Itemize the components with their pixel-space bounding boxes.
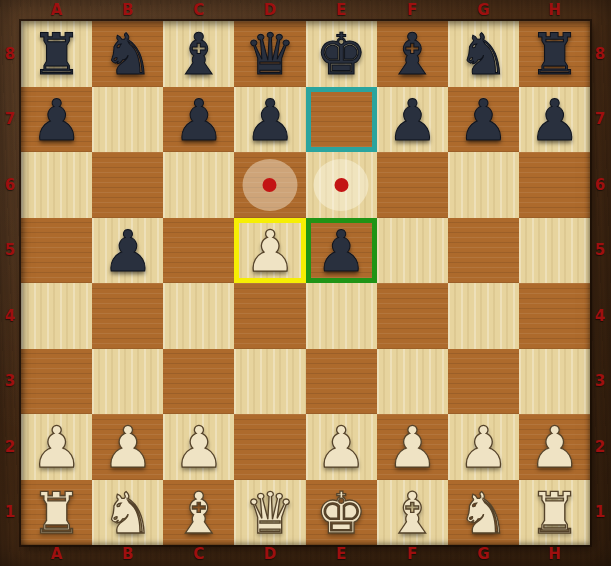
- square-g7[interactable]: ♟: [448, 87, 519, 153]
- black-pawn-d7[interactable]: ♟: [244, 92, 295, 149]
- file-label-bottom-e: E: [336, 545, 346, 563]
- file-label-bottom-b: B: [122, 545, 133, 563]
- square-c2[interactable]: ♟: [163, 414, 234, 480]
- white-queen-d1[interactable]: ♛: [244, 485, 295, 542]
- square-g1[interactable]: ♞: [448, 480, 519, 546]
- square-b6[interactable]: [92, 152, 163, 218]
- square-f5[interactable]: [377, 218, 448, 284]
- square-f3[interactable]: [377, 349, 448, 415]
- square-g8[interactable]: ♞: [448, 21, 519, 87]
- file-label-top-e: E: [336, 1, 346, 19]
- square-d2[interactable]: [234, 414, 305, 480]
- file-label-top-a: A: [51, 1, 63, 19]
- square-a8[interactable]: ♜: [21, 21, 92, 87]
- white-knight-b1[interactable]: ♞: [102, 485, 153, 542]
- hint-dot-icon: [334, 178, 348, 192]
- square-d8[interactable]: ♛: [234, 21, 305, 87]
- white-pawn-g2[interactable]: ♟: [458, 419, 509, 476]
- black-pawn-e5[interactable]: ♟: [316, 223, 367, 280]
- square-e1[interactable]: ♚: [306, 480, 377, 546]
- square-b1[interactable]: ♞: [92, 480, 163, 546]
- square-h5[interactable]: [519, 218, 590, 284]
- square-a6[interactable]: [21, 152, 92, 218]
- rank-label-left-5: 5: [5, 241, 15, 259]
- square-h3[interactable]: [519, 349, 590, 415]
- file-label-top-h: H: [548, 1, 561, 19]
- rank-label-left-4: 4: [5, 307, 15, 325]
- square-a4[interactable]: [21, 283, 92, 349]
- white-pawn-c2[interactable]: ♟: [173, 419, 224, 476]
- square-g5[interactable]: [448, 218, 519, 284]
- square-f8[interactable]: ♝: [377, 21, 448, 87]
- file-label-top-g: G: [477, 1, 489, 19]
- white-pawn-b2[interactable]: ♟: [102, 419, 153, 476]
- square-g6[interactable]: [448, 152, 519, 218]
- square-f1[interactable]: ♝: [377, 480, 448, 546]
- white-pawn-d5[interactable]: ♟: [244, 223, 295, 280]
- white-knight-g1[interactable]: ♞: [458, 485, 509, 542]
- square-c1[interactable]: ♝: [163, 480, 234, 546]
- file-label-bottom-g: G: [477, 545, 489, 563]
- square-f2[interactable]: ♟: [377, 414, 448, 480]
- square-a2[interactable]: ♟: [21, 414, 92, 480]
- square-e8[interactable]: ♚: [306, 21, 377, 87]
- rank-label-left-6: 6: [5, 176, 15, 194]
- square-c6[interactable]: [163, 152, 234, 218]
- rank-label-left-2: 2: [5, 438, 15, 456]
- black-rook-a8[interactable]: ♜: [31, 26, 82, 83]
- file-label-bottom-c: C: [193, 545, 204, 563]
- black-pawn-h7[interactable]: ♟: [529, 92, 580, 149]
- square-b4[interactable]: [92, 283, 163, 349]
- square-b8[interactable]: ♞: [92, 21, 163, 87]
- move-hint-e6[interactable]: [314, 159, 369, 211]
- square-e5-last-move-to[interactable]: ♟: [306, 218, 377, 284]
- hint-dot-icon: [263, 178, 277, 192]
- square-d7[interactable]: ♟: [234, 87, 305, 153]
- black-pawn-b5[interactable]: ♟: [102, 223, 153, 280]
- black-queen-d8[interactable]: ♛: [244, 26, 295, 83]
- black-pawn-f7[interactable]: ♟: [387, 92, 438, 149]
- rank-label-right-1: 1: [595, 503, 605, 521]
- file-label-bottom-f: F: [407, 545, 417, 563]
- file-label-top-b: B: [122, 1, 133, 19]
- file-label-top-f: F: [407, 1, 417, 19]
- square-d6[interactable]: [234, 152, 305, 218]
- white-pawn-e2[interactable]: ♟: [316, 419, 367, 476]
- file-label-top-c: C: [193, 1, 204, 19]
- square-g2[interactable]: ♟: [448, 414, 519, 480]
- file-label-top-d: D: [264, 1, 276, 19]
- black-rook-h8[interactable]: ♜: [529, 26, 580, 83]
- white-king-e1[interactable]: ♚: [316, 485, 367, 542]
- black-knight-b8[interactable]: ♞: [102, 26, 153, 83]
- square-b5[interactable]: ♟: [92, 218, 163, 284]
- rank-label-right-2: 2: [595, 438, 605, 456]
- rank-label-right-3: 3: [595, 372, 605, 390]
- square-g3[interactable]: [448, 349, 519, 415]
- square-h7[interactable]: ♟: [519, 87, 590, 153]
- board: ♜♞♝♛♚♝♞♜♟♟♟♟♟♟♟♟♟♟♟♟♟♟♟♟♜♞♝♛♚♝♞♜: [21, 21, 590, 545]
- square-e7-last-move-from[interactable]: [306, 87, 377, 153]
- black-king-e8[interactable]: ♚: [316, 26, 367, 83]
- move-hint-d6[interactable]: [242, 159, 297, 211]
- square-a5[interactable]: [21, 218, 92, 284]
- square-d3[interactable]: [234, 349, 305, 415]
- square-a1[interactable]: ♜: [21, 480, 92, 546]
- white-pawn-f2[interactable]: ♟: [387, 419, 438, 476]
- rank-label-left-7: 7: [5, 110, 15, 128]
- white-pawn-h2[interactable]: ♟: [529, 419, 580, 476]
- white-rook-a1[interactable]: ♜: [31, 485, 82, 542]
- square-c4[interactable]: [163, 283, 234, 349]
- rank-label-right-8: 8: [595, 45, 605, 63]
- black-bishop-f8[interactable]: ♝: [387, 26, 438, 83]
- square-f7[interactable]: ♟: [377, 87, 448, 153]
- black-pawn-g7[interactable]: ♟: [458, 92, 509, 149]
- chessboard-frame: ♜♞♝♛♚♝♞♜♟♟♟♟♟♟♟♟♟♟♟♟♟♟♟♟♜♞♝♛♚♝♞♜ AABBCCD…: [0, 0, 611, 566]
- square-d4[interactable]: [234, 283, 305, 349]
- square-h2[interactable]: ♟: [519, 414, 590, 480]
- square-d5-selected-piece[interactable]: ♟: [234, 218, 305, 284]
- square-c7[interactable]: ♟: [163, 87, 234, 153]
- rank-label-right-5: 5: [595, 241, 605, 259]
- black-pawn-a7[interactable]: ♟: [31, 92, 82, 149]
- rank-label-left-1: 1: [5, 503, 15, 521]
- rank-label-right-4: 4: [595, 307, 605, 325]
- square-c5[interactable]: [163, 218, 234, 284]
- file-label-bottom-a: A: [51, 545, 63, 563]
- square-a3[interactable]: [21, 349, 92, 415]
- white-bishop-f1[interactable]: ♝: [387, 485, 438, 542]
- rank-label-right-6: 6: [595, 176, 605, 194]
- square-c8[interactable]: ♝: [163, 21, 234, 87]
- square-b2[interactable]: ♟: [92, 414, 163, 480]
- rank-label-right-7: 7: [595, 110, 605, 128]
- white-bishop-c1[interactable]: ♝: [173, 485, 224, 542]
- black-knight-g8[interactable]: ♞: [458, 26, 509, 83]
- square-e3[interactable]: [306, 349, 377, 415]
- square-a7[interactable]: ♟: [21, 87, 92, 153]
- square-h8[interactable]: ♜: [519, 21, 590, 87]
- file-label-bottom-h: H: [548, 545, 561, 563]
- white-rook-h1[interactable]: ♜: [529, 485, 580, 542]
- rank-label-left-8: 8: [5, 45, 15, 63]
- rank-label-left-3: 3: [5, 372, 15, 390]
- square-c3[interactable]: [163, 349, 234, 415]
- square-g4[interactable]: [448, 283, 519, 349]
- square-f6[interactable]: [377, 152, 448, 218]
- black-pawn-c7[interactable]: ♟: [173, 92, 224, 149]
- square-b3[interactable]: [92, 349, 163, 415]
- square-e6[interactable]: [306, 152, 377, 218]
- file-label-bottom-d: D: [264, 545, 276, 563]
- square-b7[interactable]: [92, 87, 163, 153]
- square-h4[interactable]: [519, 283, 590, 349]
- square-f4[interactable]: [377, 283, 448, 349]
- white-pawn-a2[interactable]: ♟: [31, 419, 82, 476]
- square-d1[interactable]: ♛: [234, 480, 305, 546]
- square-e2[interactable]: ♟: [306, 414, 377, 480]
- square-h1[interactable]: ♜: [519, 480, 590, 546]
- black-bishop-c8[interactable]: ♝: [173, 26, 224, 83]
- square-h6[interactable]: [519, 152, 590, 218]
- square-e4[interactable]: [306, 283, 377, 349]
